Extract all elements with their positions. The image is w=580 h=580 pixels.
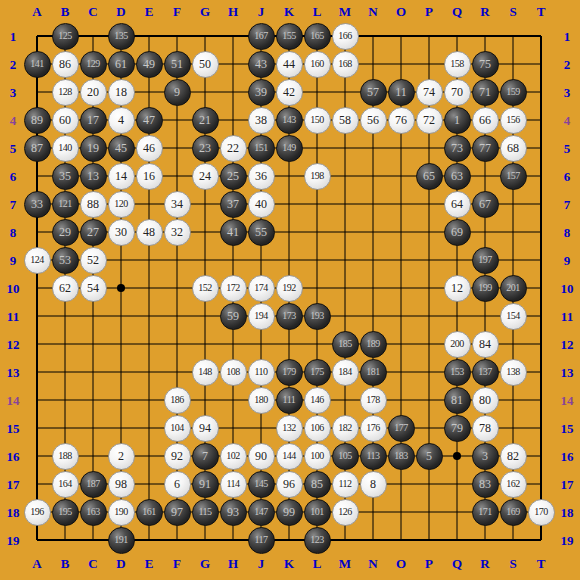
stone-L2[interactable]: 160 [304,51,331,78]
stone-H11[interactable]: 59 [220,303,247,330]
col-label-top-C: C [88,5,97,18]
stone-L4[interactable]: 150 [304,107,331,134]
stone-F14[interactable]: 186 [164,387,191,414]
row-label-right-15: 15 [561,422,574,435]
stone-Q3[interactable]: 70 [444,79,471,106]
stone-R12[interactable]: 84 [472,331,499,358]
col-label-bottom-B: B [61,557,70,570]
stone-D17[interactable]: 98 [108,471,135,498]
stone-A9[interactable]: 124 [24,247,51,274]
stone-M18[interactable]: 126 [332,499,359,526]
stone-C2[interactable]: 129 [80,51,107,78]
col-label-top-O: O [396,5,406,18]
col-label-bottom-N: N [368,557,377,570]
stone-J8[interactable]: 55 [248,219,275,246]
row-label-left-2: 2 [10,58,17,71]
stone-Q2[interactable]: 158 [444,51,471,78]
col-label-top-L: L [313,5,322,18]
stone-K15[interactable]: 132 [276,415,303,442]
stone-J11[interactable]: 194 [248,303,275,330]
stone-A4[interactable]: 89 [24,107,51,134]
stone-M1[interactable]: 166 [332,23,359,50]
stone-B1[interactable]: 125 [52,23,79,50]
stone-R3[interactable]: 71 [472,79,499,106]
stone-J7[interactable]: 40 [248,191,275,218]
row-label-left-14: 14 [7,394,20,407]
stone-B4[interactable]: 60 [52,107,79,134]
stone-E8[interactable]: 48 [136,219,163,246]
stone-B17[interactable]: 164 [52,471,79,498]
stone-E5[interactable]: 46 [136,135,163,162]
stone-F7[interactable]: 34 [164,191,191,218]
col-label-bottom-C: C [88,557,97,570]
col-label-bottom-E: E [145,557,154,570]
col-label-top-R: R [480,5,489,18]
stone-B8[interactable]: 29 [52,219,79,246]
stone-G4[interactable]: 21 [192,107,219,134]
stone-B10[interactable]: 62 [52,275,79,302]
stone-H10[interactable]: 172 [220,275,247,302]
stone-D6[interactable]: 14 [108,163,135,190]
stone-F18[interactable]: 97 [164,499,191,526]
stone-O3[interactable]: 11 [388,79,415,106]
stone-S16[interactable]: 82 [500,443,527,470]
stone-K1[interactable]: 155 [276,23,303,50]
row-label-left-10: 10 [7,282,20,295]
stone-L15[interactable]: 106 [304,415,331,442]
row-label-left-16: 16 [7,450,20,463]
stone-S3[interactable]: 159 [500,79,527,106]
stone-D2[interactable]: 61 [108,51,135,78]
col-label-top-B: B [61,5,70,18]
stone-R17[interactable]: 83 [472,471,499,498]
stone-D16[interactable]: 2 [108,443,135,470]
col-label-top-Q: Q [452,5,462,18]
stone-M13[interactable]: 184 [332,359,359,386]
go-board[interactable]: AABBCCDDEEFFGGHHJJKKLLMMNNOOPPQQRRSSTT11… [0,0,580,580]
col-label-top-T: T [537,5,546,18]
stone-N4[interactable]: 56 [360,107,387,134]
stone-F8[interactable]: 32 [164,219,191,246]
stone-D3[interactable]: 18 [108,79,135,106]
stone-J19[interactable]: 117 [248,527,275,554]
stone-J5[interactable]: 151 [248,135,275,162]
col-label-bottom-T: T [537,557,546,570]
row-label-right-3: 3 [564,86,571,99]
row-label-right-11: 11 [561,310,573,323]
stone-K17[interactable]: 96 [276,471,303,498]
stone-S10[interactable]: 201 [500,275,527,302]
stone-A7[interactable]: 33 [24,191,51,218]
stone-J10[interactable]: 174 [248,275,275,302]
stone-E4[interactable]: 47 [136,107,163,134]
col-label-bottom-L: L [313,557,322,570]
row-label-right-14: 14 [561,394,574,407]
stone-L13[interactable]: 175 [304,359,331,386]
row-label-left-4: 4 [10,114,17,127]
row-label-left-11: 11 [7,310,19,323]
col-label-bottom-F: F [173,557,181,570]
col-label-bottom-S: S [509,557,516,570]
stone-Q7[interactable]: 64 [444,191,471,218]
stone-D18[interactable]: 190 [108,499,135,526]
stone-Q12[interactable]: 200 [444,331,471,358]
stone-B6[interactable]: 35 [52,163,79,190]
col-label-bottom-P: P [425,557,433,570]
row-label-right-2: 2 [564,58,571,71]
stone-R13[interactable]: 137 [472,359,499,386]
stone-D1[interactable]: 135 [108,23,135,50]
stone-K4[interactable]: 143 [276,107,303,134]
stone-C9[interactable]: 52 [80,247,107,274]
stone-O16[interactable]: 183 [388,443,415,470]
stone-M4[interactable]: 58 [332,107,359,134]
stone-Q15[interactable]: 79 [444,415,471,442]
stone-S17[interactable]: 162 [500,471,527,498]
row-label-right-7: 7 [564,198,571,211]
row-label-left-13: 13 [7,366,20,379]
stone-L16[interactable]: 100 [304,443,331,470]
col-label-top-P: P [425,5,433,18]
stone-K18[interactable]: 99 [276,499,303,526]
stone-A2[interactable]: 141 [24,51,51,78]
stone-D5[interactable]: 45 [108,135,135,162]
stone-K14[interactable]: 111 [276,387,303,414]
col-label-bottom-O: O [396,557,406,570]
stone-J14[interactable]: 180 [248,387,275,414]
stone-B16[interactable]: 188 [52,443,79,470]
row-label-right-16: 16 [561,450,574,463]
col-label-top-H: H [228,5,238,18]
stone-E18[interactable]: 161 [136,499,163,526]
stone-R15[interactable]: 78 [472,415,499,442]
stone-O4[interactable]: 76 [388,107,415,134]
row-label-right-5: 5 [564,142,571,155]
stone-G6[interactable]: 24 [192,163,219,190]
stone-Q13[interactable]: 153 [444,359,471,386]
stone-H6[interactable]: 25 [220,163,247,190]
row-label-left-7: 7 [10,198,17,211]
stone-R16[interactable]: 3 [472,443,499,470]
stone-N3[interactable]: 57 [360,79,387,106]
row-label-left-5: 5 [10,142,17,155]
stone-R9[interactable]: 197 [472,247,499,274]
row-label-left-9: 9 [10,254,17,267]
stone-C10[interactable]: 54 [80,275,107,302]
stone-N17[interactable]: 8 [360,471,387,498]
stone-Q8[interactable]: 69 [444,219,471,246]
stone-O15[interactable]: 177 [388,415,415,442]
stone-Q10[interactable]: 12 [444,275,471,302]
stone-A18[interactable]: 196 [24,499,51,526]
stone-S13[interactable]: 138 [500,359,527,386]
stone-N13[interactable]: 181 [360,359,387,386]
stone-R10[interactable]: 199 [472,275,499,302]
stone-Q5[interactable]: 73 [444,135,471,162]
col-label-top-F: F [173,5,181,18]
stone-S5[interactable]: 68 [500,135,527,162]
stone-G5[interactable]: 23 [192,135,219,162]
stone-J2[interactable]: 43 [248,51,275,78]
stone-C5[interactable]: 19 [80,135,107,162]
stone-N15[interactable]: 176 [360,415,387,442]
stone-S18[interactable]: 169 [500,499,527,526]
stone-G2[interactable]: 50 [192,51,219,78]
stone-H13[interactable]: 108 [220,359,247,386]
stone-B3[interactable]: 128 [52,79,79,106]
stone-C8[interactable]: 27 [80,219,107,246]
stone-F16[interactable]: 92 [164,443,191,470]
stone-E6[interactable]: 16 [136,163,163,190]
stone-J6[interactable]: 36 [248,163,275,190]
row-label-right-18: 18 [561,506,574,519]
stone-P16[interactable]: 5 [416,443,443,470]
col-label-top-S: S [509,5,516,18]
stone-C7[interactable]: 88 [80,191,107,218]
row-label-left-12: 12 [7,338,20,351]
stone-F3[interactable]: 9 [164,79,191,106]
row-label-right-6: 6 [564,170,571,183]
stone-B2[interactable]: 86 [52,51,79,78]
stone-B5[interactable]: 140 [52,135,79,162]
stone-H7[interactable]: 37 [220,191,247,218]
stone-D8[interactable]: 30 [108,219,135,246]
row-label-right-4: 4 [564,114,571,127]
stone-N16[interactable]: 113 [360,443,387,470]
stone-N14[interactable]: 178 [360,387,387,414]
stone-P4[interactable]: 72 [416,107,443,134]
row-label-left-8: 8 [10,226,17,239]
col-label-bottom-Q: Q [452,557,462,570]
col-label-top-E: E [145,5,154,18]
stone-F2[interactable]: 51 [164,51,191,78]
col-label-bottom-J: J [258,557,265,570]
col-label-top-G: G [200,5,210,18]
stone-L1[interactable]: 165 [304,23,331,50]
stone-G13[interactable]: 148 [192,359,219,386]
col-label-bottom-A: A [32,557,41,570]
stone-C3[interactable]: 20 [80,79,107,106]
row-label-right-13: 13 [561,366,574,379]
stone-J1[interactable]: 167 [248,23,275,50]
stone-M2[interactable]: 168 [332,51,359,78]
stone-K3[interactable]: 42 [276,79,303,106]
stone-H17[interactable]: 114 [220,471,247,498]
stone-K13[interactable]: 179 [276,359,303,386]
stone-R7[interactable]: 67 [472,191,499,218]
stone-B9[interactable]: 53 [52,247,79,274]
stone-A5[interactable]: 87 [24,135,51,162]
stone-J3[interactable]: 39 [248,79,275,106]
stone-R14[interactable]: 80 [472,387,499,414]
col-label-top-D: D [116,5,125,18]
col-label-top-A: A [32,5,41,18]
row-label-left-15: 15 [7,422,20,435]
stone-B18[interactable]: 195 [52,499,79,526]
row-label-left-17: 17 [7,478,20,491]
stone-N12[interactable]: 189 [360,331,387,358]
stone-L18[interactable]: 101 [304,499,331,526]
col-label-bottom-H: H [228,557,238,570]
col-label-bottom-D: D [116,557,125,570]
row-label-left-3: 3 [10,86,17,99]
stones-grid: 1251351671551651661418612961495150434416… [23,22,555,554]
stone-M15[interactable]: 182 [332,415,359,442]
row-label-right-19: 19 [561,534,574,547]
col-label-top-M: M [339,5,351,18]
stone-T18[interactable]: 170 [528,499,555,526]
stone-G17[interactable]: 91 [192,471,219,498]
row-label-left-19: 19 [7,534,20,547]
stone-P6[interactable]: 65 [416,163,443,190]
stone-L11[interactable]: 193 [304,303,331,330]
stone-E2[interactable]: 49 [136,51,163,78]
stone-Q14[interactable]: 81 [444,387,471,414]
stone-F15[interactable]: 104 [164,415,191,442]
stone-J13[interactable]: 110 [248,359,275,386]
row-label-right-1: 1 [564,30,571,43]
row-label-right-17: 17 [561,478,574,491]
stone-M17[interactable]: 112 [332,471,359,498]
stone-J16[interactable]: 90 [248,443,275,470]
stone-B7[interactable]: 121 [52,191,79,218]
stone-P3[interactable]: 74 [416,79,443,106]
stone-J18[interactable]: 147 [248,499,275,526]
stone-G16[interactable]: 7 [192,443,219,470]
row-label-right-12: 12 [561,338,574,351]
stone-L19[interactable]: 123 [304,527,331,554]
stone-C6[interactable]: 13 [80,163,107,190]
stone-K5[interactable]: 149 [276,135,303,162]
stone-M16[interactable]: 105 [332,443,359,470]
stone-F17[interactable]: 6 [164,471,191,498]
stone-K10[interactable]: 192 [276,275,303,302]
col-label-top-K: K [284,5,294,18]
stone-J4[interactable]: 38 [248,107,275,134]
stone-S4[interactable]: 156 [500,107,527,134]
col-label-bottom-K: K [284,557,294,570]
stone-K11[interactable]: 173 [276,303,303,330]
stone-M12[interactable]: 185 [332,331,359,358]
row-label-left-6: 6 [10,170,17,183]
col-label-top-J: J [258,5,265,18]
stone-K2[interactable]: 44 [276,51,303,78]
stone-L17[interactable]: 85 [304,471,331,498]
col-label-bottom-M: M [339,557,351,570]
stone-C17[interactable]: 187 [80,471,107,498]
row-label-right-10: 10 [561,282,574,295]
stone-G18[interactable]: 115 [192,499,219,526]
stone-L14[interactable]: 146 [304,387,331,414]
stone-G15[interactable]: 94 [192,415,219,442]
stone-G10[interactable]: 152 [192,275,219,302]
stone-D4[interactable]: 4 [108,107,135,134]
row-label-right-9: 9 [564,254,571,267]
stone-R2[interactable]: 75 [472,51,499,78]
stone-R18[interactable]: 171 [472,499,499,526]
stone-R4[interactable]: 66 [472,107,499,134]
stone-D7[interactable]: 120 [108,191,135,218]
stone-S11[interactable]: 154 [500,303,527,330]
stone-H5[interactable]: 22 [220,135,247,162]
stone-R5[interactable]: 77 [472,135,499,162]
stone-H16[interactable]: 102 [220,443,247,470]
row-label-left-18: 18 [7,506,20,519]
stone-H18[interactable]: 93 [220,499,247,526]
stone-D19[interactable]: 191 [108,527,135,554]
stone-C4[interactable]: 17 [80,107,107,134]
col-label-top-N: N [368,5,377,18]
col-label-bottom-G: G [200,557,210,570]
stone-H8[interactable]: 41 [220,219,247,246]
stone-L6[interactable]: 198 [304,163,331,190]
stone-Q4[interactable]: 1 [444,107,471,134]
row-label-right-8: 8 [564,226,571,239]
stone-Q6[interactable]: 63 [444,163,471,190]
stone-K16[interactable]: 144 [276,443,303,470]
stone-S6[interactable]: 157 [500,163,527,190]
stone-C18[interactable]: 163 [80,499,107,526]
col-label-bottom-R: R [480,557,489,570]
stone-J17[interactable]: 145 [248,471,275,498]
row-label-left-1: 1 [10,30,17,43]
